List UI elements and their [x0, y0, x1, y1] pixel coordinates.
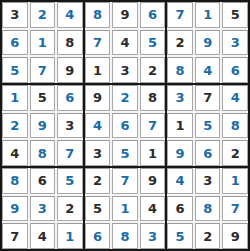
cell-r4c5[interactable]: 2: [112, 85, 138, 111]
cell-r8c6[interactable]: 4: [140, 196, 166, 222]
box-5: 928467351: [85, 85, 166, 166]
sudoku-board: 324618579 896745132 715293846 156293487 …: [0, 0, 250, 251]
cell-r2c5[interactable]: 4: [112, 30, 138, 56]
cell-r6c9[interactable]: 2: [222, 140, 248, 166]
cell-r1c3[interactable]: 4: [57, 2, 83, 28]
cell-r4c6[interactable]: 8: [140, 85, 166, 111]
cell-r1c9[interactable]: 5: [222, 2, 248, 28]
cell-r3c8[interactable]: 4: [195, 57, 221, 83]
cell-r5c5[interactable]: 6: [112, 113, 138, 139]
cell-r6c5[interactable]: 5: [112, 140, 138, 166]
cell-r3c6[interactable]: 2: [140, 57, 166, 83]
cell-r5c1[interactable]: 2: [2, 113, 28, 139]
cell-r9c4[interactable]: 6: [85, 223, 111, 249]
cell-r2c7[interactable]: 2: [167, 30, 193, 56]
cell-r8c8[interactable]: 8: [195, 196, 221, 222]
cell-r5c6[interactable]: 7: [140, 113, 166, 139]
cell-r4c3[interactable]: 6: [57, 85, 83, 111]
box-3: 715293846: [167, 2, 248, 83]
cell-r7c9[interactable]: 1: [222, 168, 248, 194]
cell-r9c5[interactable]: 8: [112, 223, 138, 249]
cell-r1c4[interactable]: 8: [85, 2, 111, 28]
box-6: 374158962: [167, 85, 248, 166]
box-2: 896745132: [85, 2, 166, 83]
cell-r8c3[interactable]: 2: [57, 196, 83, 222]
cell-r5c9[interactable]: 8: [222, 113, 248, 139]
cell-r3c3[interactable]: 9: [57, 57, 83, 83]
cell-r7c8[interactable]: 3: [195, 168, 221, 194]
cell-r3c9[interactable]: 6: [222, 57, 248, 83]
cell-r9c1[interactable]: 7: [2, 223, 28, 249]
cell-r7c6[interactable]: 9: [140, 168, 166, 194]
cell-r2c9[interactable]: 3: [222, 30, 248, 56]
cell-r3c5[interactable]: 3: [112, 57, 138, 83]
cell-r7c2[interactable]: 6: [30, 168, 56, 194]
cell-r3c7[interactable]: 8: [167, 57, 193, 83]
cell-r7c4[interactable]: 2: [85, 168, 111, 194]
cell-r5c7[interactable]: 1: [167, 113, 193, 139]
cell-r2c3[interactable]: 8: [57, 30, 83, 56]
cell-r4c1[interactable]: 1: [2, 85, 28, 111]
cell-r6c2[interactable]: 8: [30, 140, 56, 166]
cell-r5c8[interactable]: 5: [195, 113, 221, 139]
cell-r9c7[interactable]: 5: [167, 223, 193, 249]
cell-r7c7[interactable]: 4: [167, 168, 193, 194]
cell-r8c1[interactable]: 9: [2, 196, 28, 222]
cell-r9c9[interactable]: 9: [222, 223, 248, 249]
cell-r8c5[interactable]: 1: [112, 196, 138, 222]
cell-r6c7[interactable]: 9: [167, 140, 193, 166]
cell-r3c1[interactable]: 5: [2, 57, 28, 83]
cell-r6c1[interactable]: 4: [2, 140, 28, 166]
cell-r3c4[interactable]: 1: [85, 57, 111, 83]
cell-r1c2[interactable]: 2: [30, 2, 56, 28]
cell-r4c9[interactable]: 4: [222, 85, 248, 111]
cell-r1c8[interactable]: 1: [195, 2, 221, 28]
cell-r2c4[interactable]: 7: [85, 30, 111, 56]
cell-r9c8[interactable]: 2: [195, 223, 221, 249]
cell-r8c9[interactable]: 7: [222, 196, 248, 222]
cell-r7c3[interactable]: 5: [57, 168, 83, 194]
cell-r1c7[interactable]: 7: [167, 2, 193, 28]
cell-r4c8[interactable]: 7: [195, 85, 221, 111]
box-7: 865932741: [2, 168, 83, 249]
cell-r4c2[interactable]: 5: [30, 85, 56, 111]
cell-r6c8[interactable]: 6: [195, 140, 221, 166]
cell-r2c1[interactable]: 6: [2, 30, 28, 56]
cell-r6c3[interactable]: 7: [57, 140, 83, 166]
cell-r2c2[interactable]: 1: [30, 30, 56, 56]
box-4: 156293487: [2, 85, 83, 166]
cell-r5c4[interactable]: 4: [85, 113, 111, 139]
cell-r6c4[interactable]: 3: [85, 140, 111, 166]
cell-r8c7[interactable]: 6: [167, 196, 193, 222]
cell-r6c6[interactable]: 1: [140, 140, 166, 166]
cell-r4c4[interactable]: 9: [85, 85, 111, 111]
cell-r8c4[interactable]: 5: [85, 196, 111, 222]
cell-r9c3[interactable]: 1: [57, 223, 83, 249]
box-9: 431687529: [167, 168, 248, 249]
cell-r2c6[interactable]: 5: [140, 30, 166, 56]
cell-r3c2[interactable]: 7: [30, 57, 56, 83]
cell-r5c3[interactable]: 3: [57, 113, 83, 139]
cell-r7c1[interactable]: 8: [2, 168, 28, 194]
cell-r7c5[interactable]: 7: [112, 168, 138, 194]
cell-r4c7[interactable]: 3: [167, 85, 193, 111]
cell-r2c8[interactable]: 9: [195, 30, 221, 56]
cell-r1c6[interactable]: 6: [140, 2, 166, 28]
box-8: 279514683: [85, 168, 166, 249]
box-1: 324618579: [2, 2, 83, 83]
cell-r8c2[interactable]: 3: [30, 196, 56, 222]
cell-r1c5[interactable]: 9: [112, 2, 138, 28]
cell-r1c1[interactable]: 3: [2, 2, 28, 28]
cell-r9c6[interactable]: 3: [140, 223, 166, 249]
cell-r5c2[interactable]: 9: [30, 113, 56, 139]
cell-r9c2[interactable]: 4: [30, 223, 56, 249]
